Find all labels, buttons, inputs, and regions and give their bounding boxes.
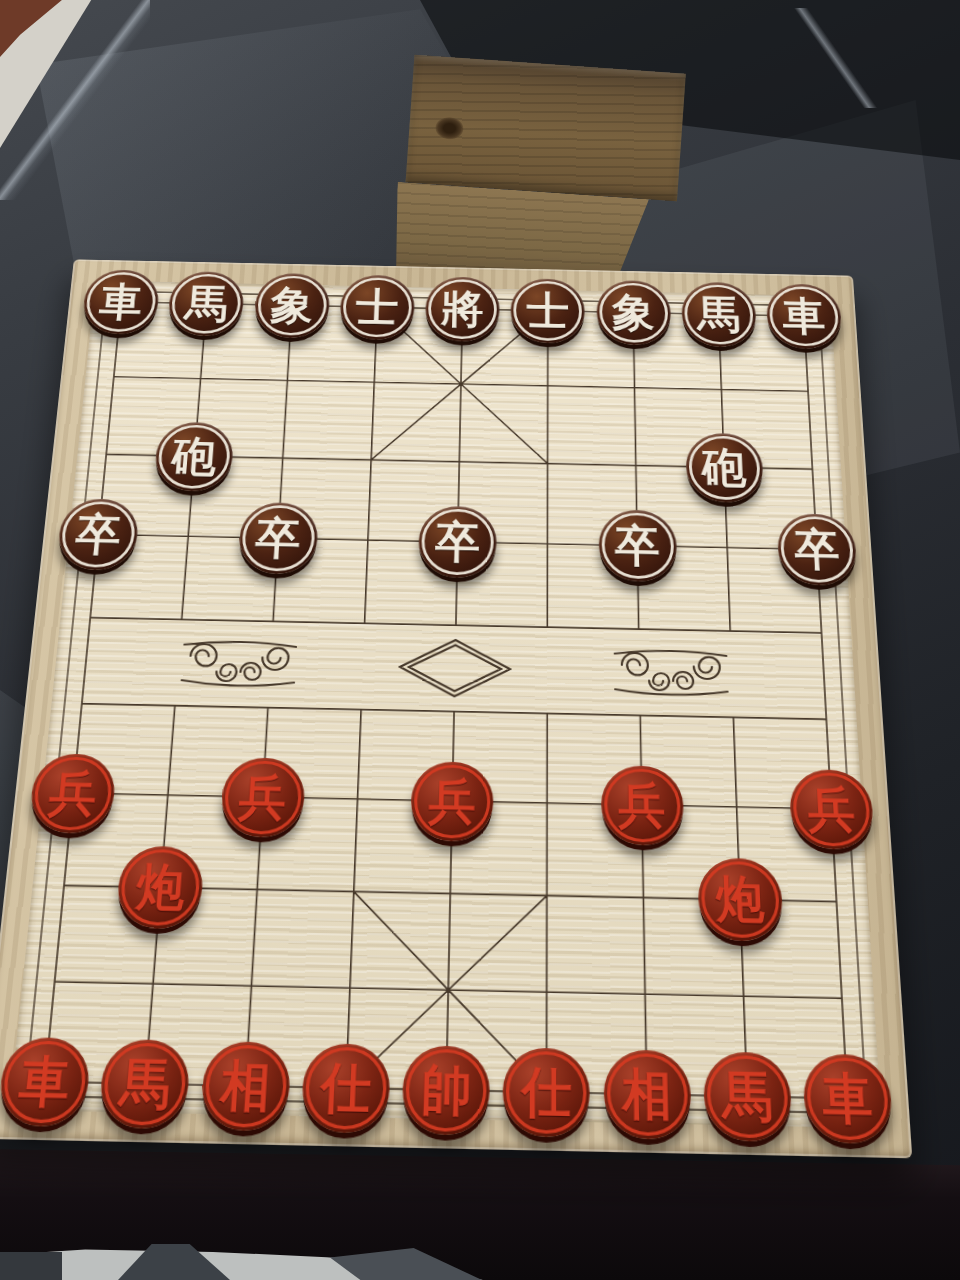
table-leg <box>0 1252 62 1280</box>
piece-glyph: 車 <box>17 1054 72 1110</box>
board-3d-wrapper: 車馬象士將士象馬車砲砲卒卒卒卒卒兵兵兵兵兵炮炮車馬相仕帥仕相馬車 <box>20 194 889 1142</box>
piece-glyph: 馬 <box>118 1056 172 1112</box>
piece-glyph: 仕 <box>320 1060 372 1116</box>
piece-red-soldier[interactable]: 兵 <box>410 761 494 842</box>
piece-glyph: 車 <box>782 296 827 337</box>
piece-glyph: 象 <box>269 285 314 325</box>
piece-glyph: 馬 <box>697 294 741 335</box>
piece-red-advisor[interactable]: 仕 <box>503 1047 591 1138</box>
piece-glyph: 兵 <box>47 768 99 818</box>
piece-black-cannon[interactable]: 砲 <box>685 432 764 503</box>
piece-glyph: 卒 <box>793 527 840 572</box>
piece-glyph: 卒 <box>254 516 301 561</box>
piece-glyph: 象 <box>612 292 655 333</box>
piece-glyph: 士 <box>355 287 399 327</box>
piece-black-soldier[interactable]: 卒 <box>237 502 319 575</box>
piece-glyph: 將 <box>441 289 484 329</box>
piece-glyph: 砲 <box>171 435 218 478</box>
piece-black-advisor[interactable]: 士 <box>511 278 586 344</box>
piece-glyph: 兵 <box>806 784 856 834</box>
table-edge <box>0 1148 960 1280</box>
piece-black-general[interactable]: 將 <box>425 276 500 342</box>
board-surface[interactable]: 車馬象士將士象馬車砲砲卒卒卒卒卒兵兵兵兵兵炮炮車馬相仕帥仕相馬車 <box>9 280 882 1128</box>
piece-glyph: 馬 <box>721 1069 773 1125</box>
piece-red-cannon[interactable]: 炮 <box>115 846 205 930</box>
photo-scene: 車馬象士將士象馬車砲砲卒卒卒卒卒兵兵兵兵兵炮炮車馬相仕帥仕相馬車 <box>0 0 960 1280</box>
piece-black-soldier[interactable]: 卒 <box>418 506 497 579</box>
piece-glyph: 卒 <box>615 523 661 568</box>
piece-glyph: 車 <box>98 282 144 322</box>
piece-glyph: 士 <box>526 291 569 332</box>
piece-glyph: 仕 <box>521 1064 571 1120</box>
piece-glyph: 兵 <box>618 780 666 830</box>
piece-black-cannon[interactable]: 砲 <box>153 421 235 491</box>
piece-glyph: 車 <box>821 1071 874 1127</box>
piece-glyph: 砲 <box>702 446 748 489</box>
piece-black-soldier[interactable]: 卒 <box>598 510 677 583</box>
piece-glyph: 相 <box>621 1067 672 1123</box>
piece-glyph: 卒 <box>74 512 123 557</box>
piece-red-cannon[interactable]: 炮 <box>697 858 784 942</box>
piece-glyph: 炮 <box>715 874 765 926</box>
piece-glyph: 兵 <box>237 772 287 822</box>
glass-scratch-highlight <box>758 8 918 108</box>
piece-glyph: 兵 <box>428 776 476 826</box>
glass-edge-highlight <box>0 0 150 200</box>
piece-glyph: 馬 <box>184 283 230 323</box>
xiangqi-board[interactable]: 車馬象士將士象馬車砲砲卒卒卒卒卒兵兵兵兵兵炮炮車馬相仕帥仕相馬車 <box>0 259 912 1158</box>
piece-black-advisor[interactable]: 士 <box>339 274 416 340</box>
piece-red-soldier[interactable]: 兵 <box>600 765 684 846</box>
piece-glyph: 卒 <box>435 520 481 565</box>
piece-glyph: 帥 <box>420 1062 471 1118</box>
pieces-layer: 車馬象士將士象馬車砲砲卒卒卒卒卒兵兵兵兵兵炮炮車馬相仕帥仕相馬車 <box>9 280 882 1128</box>
piece-glyph: 相 <box>219 1058 272 1114</box>
piece-glyph: 炮 <box>134 862 186 914</box>
piece-red-soldier[interactable]: 兵 <box>219 757 306 838</box>
stand-upper-block <box>406 55 686 202</box>
wood-knot <box>435 116 464 140</box>
